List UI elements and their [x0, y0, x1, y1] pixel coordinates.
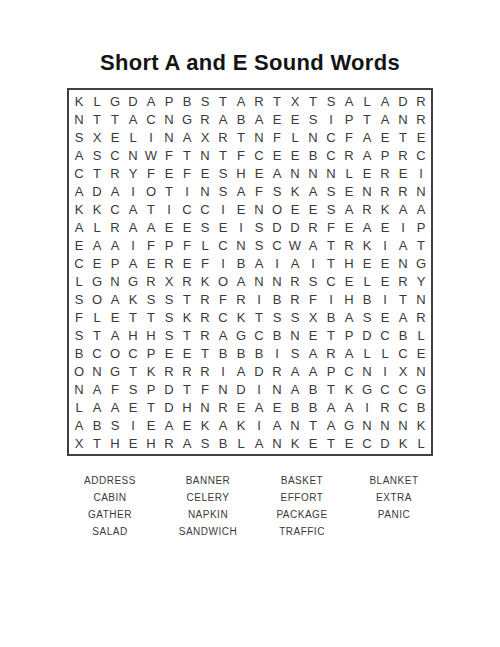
grid-cell-r13c4[interactable]: T	[124, 308, 142, 326]
grid-cell-r9c18[interactable]: I	[376, 236, 394, 254]
grid-cell-r11c13[interactable]: R	[286, 272, 304, 290]
grid-cell-r9c3[interactable]: A	[106, 236, 124, 254]
grid-cell-r3c1[interactable]: S	[70, 128, 88, 146]
grid-cell-r18c15[interactable]: A	[322, 398, 340, 416]
grid-cell-r12c13[interactable]: R	[286, 290, 304, 308]
grid-cell-r7c9[interactable]: I	[214, 200, 232, 218]
grid-cell-r10c7[interactable]: E	[178, 254, 196, 272]
grid-cell-r7c2[interactable]: K	[88, 200, 106, 218]
grid-cell-r13c17[interactable]: S	[358, 308, 376, 326]
grid-cell-r17c6[interactable]: D	[160, 380, 178, 398]
grid-cell-r12c5[interactable]: S	[142, 290, 160, 308]
grid-cell-r1c8[interactable]: S	[196, 92, 214, 110]
grid-cell-r14c12[interactable]: B	[268, 326, 286, 344]
grid-cell-r3c3[interactable]: E	[106, 128, 124, 146]
grid-cell-r9c11[interactable]: S	[250, 236, 268, 254]
grid-cell-r12c7[interactable]: T	[178, 290, 196, 308]
grid-cell-r14c3[interactable]: A	[106, 326, 124, 344]
grid-cell-r13c14[interactable]: X	[304, 308, 322, 326]
grid-cell-r11c1[interactable]: L	[70, 272, 88, 290]
grid-cell-r13c10[interactable]: K	[232, 308, 250, 326]
grid-cell-r2c9[interactable]: A	[214, 110, 232, 128]
grid-cell-r16c4[interactable]: T	[124, 362, 142, 380]
grid-cell-r20c10[interactable]: L	[232, 434, 250, 452]
grid-cell-r6c15[interactable]: S	[322, 182, 340, 200]
grid-cell-r7c5[interactable]: T	[142, 200, 160, 218]
grid-cell-r4c17[interactable]: A	[358, 146, 376, 164]
grid-cell-r9c17[interactable]: K	[358, 236, 376, 254]
grid-cell-r7c8[interactable]: C	[196, 200, 214, 218]
grid-cell-r16c14[interactable]: A	[304, 362, 322, 380]
grid-cell-r11c3[interactable]: N	[106, 272, 124, 290]
grid-cell-r12c6[interactable]: S	[160, 290, 178, 308]
grid-cell-r19c19[interactable]: N	[394, 416, 412, 434]
grid-cell-r2c6[interactable]: N	[160, 110, 178, 128]
grid-cell-r8c12[interactable]: D	[268, 218, 286, 236]
grid-cell-r9c2[interactable]: A	[88, 236, 106, 254]
grid-cell-r13c5[interactable]: T	[142, 308, 160, 326]
grid-cell-r7c17[interactable]: R	[358, 200, 376, 218]
grid-cell-r13c13[interactable]: S	[286, 308, 304, 326]
grid-cell-r20c19[interactable]: K	[394, 434, 412, 452]
grid-cell-r8c10[interactable]: I	[232, 218, 250, 236]
grid-cell-r18c6[interactable]: D	[160, 398, 178, 416]
grid-cell-r12c16[interactable]: H	[340, 290, 358, 308]
grid-cell-r14c5[interactable]: H	[142, 326, 160, 344]
grid-cell-r1c5[interactable]: A	[142, 92, 160, 110]
grid-cell-r3c12[interactable]: F	[268, 128, 286, 146]
grid-cell-r16c10[interactable]: A	[232, 362, 250, 380]
grid-cell-r3c2[interactable]: X	[88, 128, 106, 146]
grid-cell-r8c6[interactable]: E	[160, 218, 178, 236]
grid-cell-r3c17[interactable]: A	[358, 128, 376, 146]
grid-cell-r18c17[interactable]: I	[358, 398, 376, 416]
grid-cell-r4c5[interactable]: W	[142, 146, 160, 164]
grid-cell-r14c18[interactable]: C	[376, 326, 394, 344]
grid-cell-r3c20[interactable]: E	[412, 128, 430, 146]
grid-cell-r16c17[interactable]: N	[358, 362, 376, 380]
grid-cell-r16c8[interactable]: R	[196, 362, 214, 380]
grid-cell-r2c13[interactable]: E	[286, 110, 304, 128]
grid-cell-r8c1[interactable]: A	[70, 218, 88, 236]
grid-cell-r16c6[interactable]: R	[160, 362, 178, 380]
grid-cell-r6c2[interactable]: D	[88, 182, 106, 200]
grid-cell-r17c13[interactable]: A	[286, 380, 304, 398]
grid-cell-r9c15[interactable]: T	[322, 236, 340, 254]
grid-cell-r16c18[interactable]: I	[376, 362, 394, 380]
grid-cell-r8c16[interactable]: E	[340, 218, 358, 236]
grid-cell-r3c15[interactable]: C	[322, 128, 340, 146]
grid-cell-r10c1[interactable]: C	[70, 254, 88, 272]
grid-cell-r17c5[interactable]: P	[142, 380, 160, 398]
grid-cell-r18c18[interactable]: R	[376, 398, 394, 416]
grid-cell-r6c17[interactable]: N	[358, 182, 376, 200]
grid-cell-r18c7[interactable]: H	[178, 398, 196, 416]
grid-cell-r5c20[interactable]: I	[412, 164, 430, 182]
grid-cell-r5c8[interactable]: E	[196, 164, 214, 182]
grid-cell-r19c18[interactable]: N	[376, 416, 394, 434]
grid-cell-r16c16[interactable]: C	[340, 362, 358, 380]
grid-cell-r18c8[interactable]: N	[196, 398, 214, 416]
grid-cell-r12c12[interactable]: B	[268, 290, 286, 308]
grid-cell-r3c10[interactable]: T	[232, 128, 250, 146]
grid-cell-r19c5[interactable]: E	[142, 416, 160, 434]
grid-cell-r4c14[interactable]: B	[304, 146, 322, 164]
grid-cell-r5c2[interactable]: T	[88, 164, 106, 182]
grid-cell-r12c9[interactable]: F	[214, 290, 232, 308]
grid-cell-r19c17[interactable]: N	[358, 416, 376, 434]
grid-cell-r19c7[interactable]: E	[178, 416, 196, 434]
grid-cell-r2c5[interactable]: C	[142, 110, 160, 128]
grid-cell-r15c14[interactable]: A	[304, 344, 322, 362]
grid-cell-r14c2[interactable]: T	[88, 326, 106, 344]
grid-cell-r13c6[interactable]: S	[160, 308, 178, 326]
grid-cell-r11c5[interactable]: R	[142, 272, 160, 290]
grid-cell-r17c10[interactable]: D	[232, 380, 250, 398]
grid-cell-r17c9[interactable]: N	[214, 380, 232, 398]
grid-cell-r11c19[interactable]: R	[394, 272, 412, 290]
grid-cell-r15c18[interactable]: L	[376, 344, 394, 362]
grid-cell-r10c8[interactable]: F	[196, 254, 214, 272]
grid-cell-r3c19[interactable]: T	[394, 128, 412, 146]
grid-cell-r10c17[interactable]: E	[358, 254, 376, 272]
grid-cell-r12c14[interactable]: F	[304, 290, 322, 308]
grid-cell-r2c1[interactable]: N	[70, 110, 88, 128]
grid-cell-r8c17[interactable]: A	[358, 218, 376, 236]
grid-cell-r15c4[interactable]: C	[124, 344, 142, 362]
grid-cell-r12c11[interactable]: I	[250, 290, 268, 308]
grid-cell-r14c19[interactable]: B	[394, 326, 412, 344]
grid-cell-r19c3[interactable]: S	[106, 416, 124, 434]
grid-cell-r1c6[interactable]: P	[160, 92, 178, 110]
grid-cell-r1c10[interactable]: A	[232, 92, 250, 110]
grid-cell-r5c9[interactable]: S	[214, 164, 232, 182]
grid-cell-r20c9[interactable]: B	[214, 434, 232, 452]
grid-cell-r1c4[interactable]: D	[124, 92, 142, 110]
grid-cell-r10c3[interactable]: P	[106, 254, 124, 272]
grid-cell-r5c16[interactable]: L	[340, 164, 358, 182]
grid-cell-r15c19[interactable]: C	[394, 344, 412, 362]
grid-cell-r11c15[interactable]: C	[322, 272, 340, 290]
grid-cell-r11c9[interactable]: O	[214, 272, 232, 290]
grid-cell-r6c1[interactable]: A	[70, 182, 88, 200]
grid-cell-r5c14[interactable]: N	[304, 164, 322, 182]
grid-cell-r8c7[interactable]: E	[178, 218, 196, 236]
grid-cell-r20c11[interactable]: A	[250, 434, 268, 452]
grid-cell-r17c4[interactable]: S	[124, 380, 142, 398]
grid-cell-r5c17[interactable]: E	[358, 164, 376, 182]
grid-cell-r17c1[interactable]: N	[70, 380, 88, 398]
grid-cell-r16c7[interactable]: R	[178, 362, 196, 380]
grid-cell-r10c12[interactable]: I	[268, 254, 286, 272]
grid-cell-r12c3[interactable]: A	[106, 290, 124, 308]
grid-cell-r8c9[interactable]: E	[214, 218, 232, 236]
grid-cell-r4c2[interactable]: S	[88, 146, 106, 164]
grid-cell-r15c20[interactable]: E	[412, 344, 430, 362]
grid-cell-r6c13[interactable]: K	[286, 182, 304, 200]
grid-cell-r4c10[interactable]: F	[232, 146, 250, 164]
grid-cell-r19c10[interactable]: K	[232, 416, 250, 434]
grid-cell-r17c18[interactable]: C	[376, 380, 394, 398]
grid-cell-r20c17[interactable]: C	[358, 434, 376, 452]
grid-cell-r18c4[interactable]: E	[124, 398, 142, 416]
grid-cell-r7c18[interactable]: K	[376, 200, 394, 218]
grid-cell-r14c17[interactable]: D	[358, 326, 376, 344]
grid-cell-r14c14[interactable]: E	[304, 326, 322, 344]
grid-cell-r16c1[interactable]: O	[70, 362, 88, 380]
grid-cell-r14c9[interactable]: A	[214, 326, 232, 344]
grid-cell-r20c12[interactable]: N	[268, 434, 286, 452]
grid-cell-r15c12[interactable]: I	[268, 344, 286, 362]
grid-cell-r4c6[interactable]: F	[160, 146, 178, 164]
grid-cell-r15c10[interactable]: B	[232, 344, 250, 362]
grid-cell-r15c7[interactable]: E	[178, 344, 196, 362]
grid-cell-r20c6[interactable]: R	[160, 434, 178, 452]
grid-cell-r11c17[interactable]: L	[358, 272, 376, 290]
grid-cell-r15c2[interactable]: C	[88, 344, 106, 362]
grid-cell-r19c8[interactable]: K	[196, 416, 214, 434]
grid-cell-r3c8[interactable]: X	[196, 128, 214, 146]
grid-cell-r9c14[interactable]: A	[304, 236, 322, 254]
grid-cell-r10c15[interactable]: T	[322, 254, 340, 272]
grid-cell-r2c3[interactable]: T	[106, 110, 124, 128]
grid-cell-r14c13[interactable]: N	[286, 326, 304, 344]
grid-cell-r9c13[interactable]: W	[286, 236, 304, 254]
grid-cell-r4c12[interactable]: E	[268, 146, 286, 164]
grid-cell-r16c3[interactable]: G	[106, 362, 124, 380]
grid-cell-r5c3[interactable]: R	[106, 164, 124, 182]
grid-cell-r18c13[interactable]: B	[286, 398, 304, 416]
grid-cell-r2c2[interactable]: T	[88, 110, 106, 128]
grid-cell-r7c15[interactable]: S	[322, 200, 340, 218]
grid-cell-r5c4[interactable]: Y	[124, 164, 142, 182]
grid-cell-r9c9[interactable]: C	[214, 236, 232, 254]
grid-cell-r4c9[interactable]: T	[214, 146, 232, 164]
grid-cell-r16c2[interactable]: N	[88, 362, 106, 380]
grid-cell-r11c20[interactable]: Y	[412, 272, 430, 290]
grid-cell-r3c18[interactable]: E	[376, 128, 394, 146]
grid-cell-r18c11[interactable]: A	[250, 398, 268, 416]
grid-cell-r6c16[interactable]: E	[340, 182, 358, 200]
grid-cell-r1c13[interactable]: X	[286, 92, 304, 110]
grid-cell-r15c5[interactable]: P	[142, 344, 160, 362]
grid-cell-r8c8[interactable]: S	[196, 218, 214, 236]
grid-cell-r7c16[interactable]: A	[340, 200, 358, 218]
grid-cell-r4c3[interactable]: C	[106, 146, 124, 164]
grid-cell-r18c1[interactable]: L	[70, 398, 88, 416]
grid-cell-r14c10[interactable]: G	[232, 326, 250, 344]
grid-cell-r20c8[interactable]: S	[196, 434, 214, 452]
grid-cell-r10c2[interactable]: E	[88, 254, 106, 272]
grid-cell-r7c10[interactable]: E	[232, 200, 250, 218]
grid-cell-r9c19[interactable]: A	[394, 236, 412, 254]
grid-cell-r4c19[interactable]: R	[394, 146, 412, 164]
grid-cell-r5c15[interactable]: N	[322, 164, 340, 182]
grid-cell-r4c11[interactable]: C	[250, 146, 268, 164]
grid-cell-r2c12[interactable]: E	[268, 110, 286, 128]
grid-cell-r6c18[interactable]: R	[376, 182, 394, 200]
grid-cell-r6c9[interactable]: S	[214, 182, 232, 200]
grid-cell-r13c19[interactable]: A	[394, 308, 412, 326]
grid-cell-r17c20[interactable]: G	[412, 380, 430, 398]
grid-cell-r12c1[interactable]: S	[70, 290, 88, 308]
grid-cell-r2c11[interactable]: A	[250, 110, 268, 128]
grid-cell-r2c7[interactable]: G	[178, 110, 196, 128]
grid-cell-r15c8[interactable]: T	[196, 344, 214, 362]
grid-cell-r6c8[interactable]: N	[196, 182, 214, 200]
grid-cell-r13c1[interactable]: F	[70, 308, 88, 326]
grid-cell-r8c5[interactable]: A	[142, 218, 160, 236]
grid-cell-r4c13[interactable]: E	[286, 146, 304, 164]
grid-cell-r13c9[interactable]: C	[214, 308, 232, 326]
grid-cell-r18c5[interactable]: T	[142, 398, 160, 416]
grid-cell-r12c4[interactable]: K	[124, 290, 142, 308]
grid-cell-r19c1[interactable]: A	[70, 416, 88, 434]
grid-cell-r9c8[interactable]: L	[196, 236, 214, 254]
grid-cell-r7c12[interactable]: O	[268, 200, 286, 218]
grid-cell-r10c13[interactable]: A	[286, 254, 304, 272]
grid-cell-r20c20[interactable]: L	[412, 434, 430, 452]
grid-cell-r12c10[interactable]: R	[232, 290, 250, 308]
grid-cell-r10c14[interactable]: I	[304, 254, 322, 272]
grid-cell-r18c3[interactable]: A	[106, 398, 124, 416]
grid-cell-r9c7[interactable]: F	[178, 236, 196, 254]
grid-cell-r15c17[interactable]: L	[358, 344, 376, 362]
grid-cell-r18c20[interactable]: B	[412, 398, 430, 416]
grid-cell-r2c17[interactable]: T	[358, 110, 376, 128]
grid-cell-r20c2[interactable]: T	[88, 434, 106, 452]
grid-cell-r19c15[interactable]: A	[322, 416, 340, 434]
grid-cell-r13c2[interactable]: L	[88, 308, 106, 326]
grid-cell-r11c2[interactable]: G	[88, 272, 106, 290]
grid-cell-r10c10[interactable]: B	[232, 254, 250, 272]
grid-cell-r7c13[interactable]: E	[286, 200, 304, 218]
grid-cell-r19c4[interactable]: I	[124, 416, 142, 434]
grid-cell-r20c3[interactable]: H	[106, 434, 124, 452]
grid-cell-r5c10[interactable]: H	[232, 164, 250, 182]
grid-cell-r6c14[interactable]: A	[304, 182, 322, 200]
grid-cell-r3c6[interactable]: N	[160, 128, 178, 146]
grid-cell-r4c16[interactable]: R	[340, 146, 358, 164]
grid-cell-r1c14[interactable]: T	[304, 92, 322, 110]
grid-cell-r17c15[interactable]: T	[322, 380, 340, 398]
grid-cell-r14c1[interactable]: S	[70, 326, 88, 344]
grid-cell-r6c11[interactable]: F	[250, 182, 268, 200]
grid-cell-r6c4[interactable]: I	[124, 182, 142, 200]
grid-cell-r3c13[interactable]: L	[286, 128, 304, 146]
grid-cell-r9c20[interactable]: T	[412, 236, 430, 254]
grid-cell-r18c16[interactable]: A	[340, 398, 358, 416]
grid-cell-r10c11[interactable]: A	[250, 254, 268, 272]
grid-cell-r17c12[interactable]: N	[268, 380, 286, 398]
grid-cell-r2c18[interactable]: A	[376, 110, 394, 128]
grid-cell-r2c15[interactable]: I	[322, 110, 340, 128]
grid-cell-r20c18[interactable]: D	[376, 434, 394, 452]
grid-cell-r9c12[interactable]: C	[268, 236, 286, 254]
grid-cell-r6c5[interactable]: O	[142, 182, 160, 200]
grid-cell-r19c13[interactable]: N	[286, 416, 304, 434]
grid-cell-r18c14[interactable]: B	[304, 398, 322, 416]
grid-cell-r14c8[interactable]: R	[196, 326, 214, 344]
grid-cell-r3c11[interactable]: N	[250, 128, 268, 146]
grid-cell-r11c4[interactable]: G	[124, 272, 142, 290]
grid-cell-r19c11[interactable]: I	[250, 416, 268, 434]
grid-cell-r20c4[interactable]: E	[124, 434, 142, 452]
grid-cell-r3c7[interactable]: A	[178, 128, 196, 146]
grid-cell-r17c7[interactable]: T	[178, 380, 196, 398]
grid-cell-r3c16[interactable]: F	[340, 128, 358, 146]
grid-cell-r4c7[interactable]: T	[178, 146, 196, 164]
grid-cell-r5c7[interactable]: F	[178, 164, 196, 182]
grid-cell-r11c12[interactable]: N	[268, 272, 286, 290]
grid-cell-r12c15[interactable]: I	[322, 290, 340, 308]
grid-cell-r9c10[interactable]: N	[232, 236, 250, 254]
grid-cell-r16c13[interactable]: A	[286, 362, 304, 380]
grid-cell-r13c3[interactable]: E	[106, 308, 124, 326]
grid-cell-r13c20[interactable]: R	[412, 308, 430, 326]
grid-cell-r1c9[interactable]: T	[214, 92, 232, 110]
grid-cell-r10c4[interactable]: A	[124, 254, 142, 272]
grid-cell-r1c3[interactable]: G	[106, 92, 124, 110]
grid-cell-r4c4[interactable]: N	[124, 146, 142, 164]
grid-cell-r11c14[interactable]: S	[304, 272, 322, 290]
grid-cell-r11c18[interactable]: E	[376, 272, 394, 290]
grid-cell-r8c15[interactable]: F	[322, 218, 340, 236]
grid-cell-r19c12[interactable]: A	[268, 416, 286, 434]
grid-cell-r6c20[interactable]: N	[412, 182, 430, 200]
grid-cell-r13c7[interactable]: K	[178, 308, 196, 326]
grid-cell-r12c20[interactable]: N	[412, 290, 430, 308]
grid-cell-r20c15[interactable]: T	[322, 434, 340, 452]
grid-cell-r6c10[interactable]: A	[232, 182, 250, 200]
grid-cell-r2c8[interactable]: R	[196, 110, 214, 128]
grid-cell-r11c11[interactable]: N	[250, 272, 268, 290]
grid-cell-r13c8[interactable]: R	[196, 308, 214, 326]
grid-cell-r17c3[interactable]: F	[106, 380, 124, 398]
grid-cell-r9c6[interactable]: P	[160, 236, 178, 254]
grid-cell-r1c1[interactable]: K	[70, 92, 88, 110]
grid-cell-r12c19[interactable]: T	[394, 290, 412, 308]
grid-cell-r12c2[interactable]: O	[88, 290, 106, 308]
grid-cell-r10c18[interactable]: E	[376, 254, 394, 272]
grid-cell-r2c20[interactable]: R	[412, 110, 430, 128]
grid-cell-r5c12[interactable]: A	[268, 164, 286, 182]
grid-cell-r5c18[interactable]: R	[376, 164, 394, 182]
grid-cell-r20c1[interactable]: X	[70, 434, 88, 452]
grid-cell-r7c14[interactable]: E	[304, 200, 322, 218]
grid-cell-r15c13[interactable]: S	[286, 344, 304, 362]
grid-cell-r5c13[interactable]: N	[286, 164, 304, 182]
grid-cell-r14c7[interactable]: T	[178, 326, 196, 344]
grid-cell-r18c2[interactable]: A	[88, 398, 106, 416]
grid-cell-r14c20[interactable]: L	[412, 326, 430, 344]
grid-cell-r18c9[interactable]: R	[214, 398, 232, 416]
grid-cell-r4c8[interactable]: N	[196, 146, 214, 164]
grid-cell-r6c6[interactable]: T	[160, 182, 178, 200]
grid-cell-r10c9[interactable]: I	[214, 254, 232, 272]
grid-cell-r20c14[interactable]: E	[304, 434, 322, 452]
grid-cell-r14c16[interactable]: P	[340, 326, 358, 344]
grid-cell-r6c7[interactable]: I	[178, 182, 196, 200]
grid-cell-r7c3[interactable]: C	[106, 200, 124, 218]
grid-cell-r4c1[interactable]: A	[70, 146, 88, 164]
grid-cell-r1c16[interactable]: A	[340, 92, 358, 110]
grid-cell-r2c14[interactable]: S	[304, 110, 322, 128]
grid-cell-r1c20[interactable]: R	[412, 92, 430, 110]
grid-cell-r5c1[interactable]: C	[70, 164, 88, 182]
grid-cell-r4c15[interactable]: C	[322, 146, 340, 164]
grid-cell-r20c13[interactable]: K	[286, 434, 304, 452]
